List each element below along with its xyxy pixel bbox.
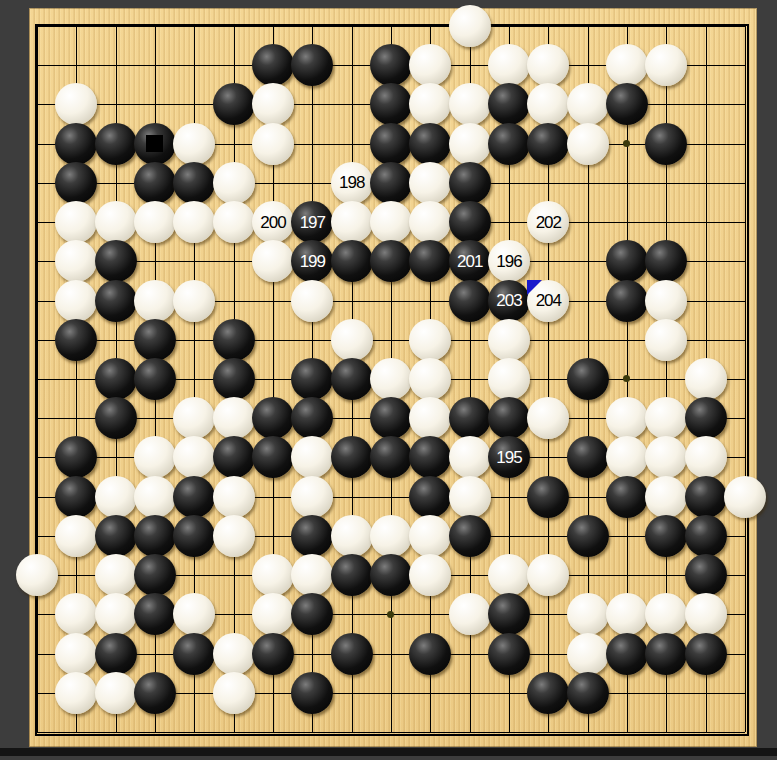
white-stone [449,476,491,518]
white-stone [449,436,491,478]
move-number-label: 197 [300,214,325,231]
black-stone [567,436,609,478]
black-stone [645,633,687,675]
black-stone [134,672,176,714]
move-number-label: 200 [260,214,285,231]
move-number-label: 198 [339,174,364,191]
black-stone [331,554,373,596]
black-stone [370,123,412,165]
black-stone [55,162,97,204]
white-stone [567,123,609,165]
black-stone [685,476,727,518]
go-client-window: 198200197202199201196203204195 [0,0,777,760]
white-stone [685,436,727,478]
black-stone [606,240,648,282]
black-stone [606,633,648,675]
black-stone [331,633,373,675]
black-stone [134,358,176,400]
black-stone [134,515,176,557]
black-stone [55,476,97,518]
white-stone [645,280,687,322]
white-stone [213,476,255,518]
black-stone [370,162,412,204]
black-stone [55,319,97,361]
white-stone [213,633,255,675]
move-number-label: 201 [457,253,482,270]
white-stone [449,5,491,47]
white-stone [606,44,648,86]
black-stone [213,319,255,361]
white-stone [488,358,530,400]
black-stone [95,280,137,322]
white-stone [291,476,333,518]
black-stone [645,123,687,165]
black-stone [567,358,609,400]
white-stone [95,672,137,714]
white-stone [95,476,137,518]
white-stone [252,593,294,635]
black-stone [173,476,215,518]
white-stone [95,554,137,596]
black-stone [606,280,648,322]
white-stone [331,515,373,557]
go-board[interactable]: 198200197202199201196203204195 [29,8,757,747]
white-stone [134,476,176,518]
black-stone [134,162,176,204]
move-number-label: 196 [496,253,521,270]
white-stone [370,201,412,243]
black-stone [95,240,137,282]
black-stone [449,280,491,322]
white-stone [55,515,97,557]
black-stone [527,672,569,714]
white-stone [449,123,491,165]
square-marker [146,135,163,152]
black-stone [291,672,333,714]
white-stone [488,44,530,86]
black-stone [488,397,530,439]
move-number-label: 204 [536,292,561,309]
white-stone [213,162,255,204]
black-stone [370,240,412,282]
black-stone [331,436,373,478]
move-number-label: 195 [496,449,521,466]
black-stone [331,358,373,400]
move-number-label: 199 [300,253,325,270]
black-stone [370,554,412,596]
black-stone [685,397,727,439]
white-stone [55,633,97,675]
white-stone [409,515,451,557]
white-stone [252,123,294,165]
black-stone [409,633,451,675]
white-stone [409,162,451,204]
black-stone [252,44,294,86]
black-stone [606,476,648,518]
black-stone [173,162,215,204]
white-stone [488,554,530,596]
white-stone [645,476,687,518]
black-stone [567,515,609,557]
white-stone [213,515,255,557]
black-stone [173,515,215,557]
white-stone [449,83,491,125]
black-stone [449,397,491,439]
black-stone [134,593,176,635]
black-stone [685,633,727,675]
black-stone [409,476,451,518]
white-stone [685,358,727,400]
white-stone: 196 [488,240,530,282]
black-stone [370,44,412,86]
black-stone [685,515,727,557]
black-stone: 201 [449,240,491,282]
white-stone [724,476,766,518]
black-stone [488,123,530,165]
last-move-triangle-marker [527,280,542,295]
white-stone [567,83,609,125]
black-stone [370,397,412,439]
white-stone [134,201,176,243]
white-stone [291,280,333,322]
black-stone [409,123,451,165]
black-stone [291,358,333,400]
black-stone [685,554,727,596]
black-stone [527,476,569,518]
black-stone [488,633,530,675]
black-stone [213,83,255,125]
white-stone [409,358,451,400]
black-stone [95,397,137,439]
black-stone [527,123,569,165]
white-stone [488,319,530,361]
white-stone [55,672,97,714]
white-stone [606,397,648,439]
black-stone [645,515,687,557]
black-stone [449,515,491,557]
black-stone [213,358,255,400]
black-stone [567,672,609,714]
white-stone [213,672,255,714]
white-stone [567,633,609,675]
white-stone [331,201,373,243]
white-stone: 198 [331,162,373,204]
black-stone [488,593,530,635]
black-stone [449,162,491,204]
black-stone [55,123,97,165]
black-stone [449,201,491,243]
black-stone [173,633,215,675]
white-stone [213,201,255,243]
white-stone [370,358,412,400]
white-stone [134,280,176,322]
white-stone [16,554,58,596]
black-stone [252,397,294,439]
black-stone [134,554,176,596]
white-stone [449,593,491,635]
black-stone [252,633,294,675]
black-stone [95,123,137,165]
white-stone [685,593,727,635]
white-stone [606,593,648,635]
black-stone [291,515,333,557]
white-stone [252,240,294,282]
black-stone [213,436,255,478]
black-stone [95,633,137,675]
white-stone [95,201,137,243]
white-stone [252,554,294,596]
black-stone [95,515,137,557]
move-number-label: 203 [496,292,521,309]
white-stone [213,397,255,439]
white-stone [55,280,97,322]
black-stone [95,358,137,400]
black-stone [134,319,176,361]
move-number-label: 202 [536,214,561,231]
white-stone [95,593,137,635]
white-stone [331,319,373,361]
white-stone [645,319,687,361]
white-stone [173,280,215,322]
white-stone [370,515,412,557]
white-stone: 200 [252,201,294,243]
black-stone [331,240,373,282]
white-stone [409,319,451,361]
white-stone [567,593,609,635]
white-stone [173,123,215,165]
window-frame-bottom-band [0,748,777,756]
black-stone: 203 [488,280,530,322]
